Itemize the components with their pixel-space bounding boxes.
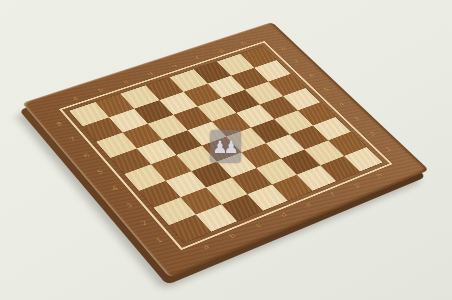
photo-background: aa88bb77cc66dd55ee44ff33gg22hh11 ♟♟	[0, 0, 452, 300]
watermark-chess-pieces-icon: ♟♟	[212, 137, 234, 157]
photo-watermark: ♟♟	[210, 130, 241, 163]
